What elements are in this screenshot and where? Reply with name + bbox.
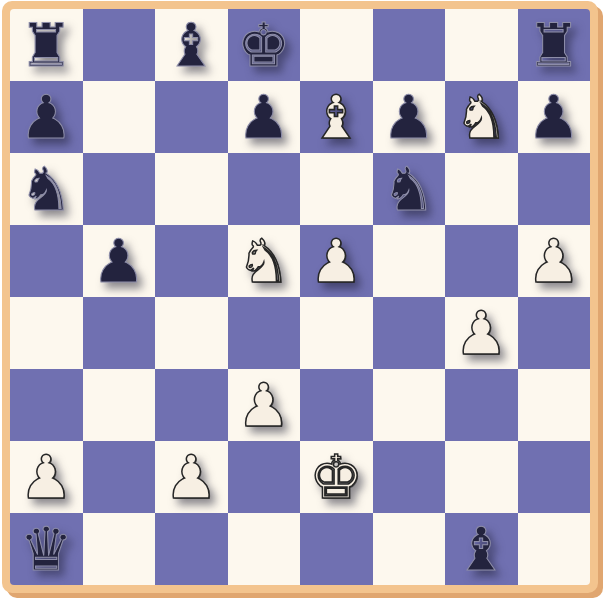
square-e6[interactable] <box>300 153 373 225</box>
square-b2[interactable] <box>83 441 156 513</box>
square-f4[interactable] <box>373 297 446 369</box>
chess-board: ♜♝♚♜♟♟♝♟♞♟♞♞♟♞♟♟♟♟♟♟♚♛♝ <box>10 9 590 585</box>
square-c1[interactable] <box>155 513 228 585</box>
square-g2[interactable] <box>445 441 518 513</box>
board-frame: ♜♝♚♜♟♟♝♟♞♟♞♞♟♞♟♟♟♟♟♟♚♛♝ <box>2 1 598 593</box>
page: ♜♝♚♜♟♟♝♟♞♟♞♞♟♞♟♟♟♟♟♟♚♛♝ <box>0 0 605 600</box>
square-h6[interactable] <box>518 153 591 225</box>
white-pawn[interactable]: ♟ <box>164 447 218 507</box>
square-b4[interactable] <box>83 297 156 369</box>
white-pawn[interactable]: ♟ <box>309 231 363 291</box>
square-h3[interactable] <box>518 369 591 441</box>
white-pawn[interactable]: ♟ <box>237 375 291 435</box>
square-d7[interactable]: ♟ <box>228 81 301 153</box>
black-knight[interactable]: ♞ <box>19 159 73 219</box>
black-pawn[interactable]: ♟ <box>527 87 581 147</box>
square-c8[interactable]: ♝ <box>155 9 228 81</box>
square-f3[interactable] <box>373 369 446 441</box>
square-d2[interactable] <box>228 441 301 513</box>
square-b7[interactable] <box>83 81 156 153</box>
black-pawn[interactable]: ♟ <box>237 87 291 147</box>
square-c4[interactable] <box>155 297 228 369</box>
square-a5[interactable] <box>10 225 83 297</box>
black-rook[interactable]: ♜ <box>19 15 73 75</box>
square-h7[interactable]: ♟ <box>518 81 591 153</box>
square-b8[interactable] <box>83 9 156 81</box>
square-a4[interactable] <box>10 297 83 369</box>
square-a1[interactable]: ♛ <box>10 513 83 585</box>
square-g1[interactable]: ♝ <box>445 513 518 585</box>
white-knight[interactable]: ♞ <box>237 231 291 291</box>
square-f5[interactable] <box>373 225 446 297</box>
square-b3[interactable] <box>83 369 156 441</box>
square-h5[interactable]: ♟ <box>518 225 591 297</box>
black-pawn[interactable]: ♟ <box>92 231 146 291</box>
white-pawn[interactable]: ♟ <box>19 447 73 507</box>
square-g3[interactable] <box>445 369 518 441</box>
square-d8[interactable]: ♚ <box>228 9 301 81</box>
black-pawn[interactable]: ♟ <box>19 87 73 147</box>
square-c5[interactable] <box>155 225 228 297</box>
square-e2[interactable]: ♚ <box>300 441 373 513</box>
black-rook[interactable]: ♜ <box>527 15 581 75</box>
square-d1[interactable] <box>228 513 301 585</box>
square-e8[interactable] <box>300 9 373 81</box>
square-f1[interactable] <box>373 513 446 585</box>
square-g7[interactable]: ♞ <box>445 81 518 153</box>
white-bishop[interactable]: ♝ <box>309 87 363 147</box>
square-b1[interactable] <box>83 513 156 585</box>
square-g6[interactable] <box>445 153 518 225</box>
square-a6[interactable]: ♞ <box>10 153 83 225</box>
square-g4[interactable]: ♟ <box>445 297 518 369</box>
square-f8[interactable] <box>373 9 446 81</box>
square-d5[interactable]: ♞ <box>228 225 301 297</box>
square-a7[interactable]: ♟ <box>10 81 83 153</box>
square-c6[interactable] <box>155 153 228 225</box>
white-knight[interactable]: ♞ <box>454 87 508 147</box>
square-b6[interactable] <box>83 153 156 225</box>
square-c2[interactable]: ♟ <box>155 441 228 513</box>
square-e5[interactable]: ♟ <box>300 225 373 297</box>
square-d3[interactable]: ♟ <box>228 369 301 441</box>
black-knight[interactable]: ♞ <box>382 159 436 219</box>
square-g8[interactable] <box>445 9 518 81</box>
square-a8[interactable]: ♜ <box>10 9 83 81</box>
white-king[interactable]: ♚ <box>309 447 363 507</box>
black-queen[interactable]: ♛ <box>19 519 73 579</box>
square-e4[interactable] <box>300 297 373 369</box>
square-f7[interactable]: ♟ <box>373 81 446 153</box>
square-h2[interactable] <box>518 441 591 513</box>
square-d6[interactable] <box>228 153 301 225</box>
black-bishop[interactable]: ♝ <box>164 15 218 75</box>
square-h4[interactable] <box>518 297 591 369</box>
square-e3[interactable] <box>300 369 373 441</box>
white-pawn[interactable]: ♟ <box>454 303 508 363</box>
black-bishop[interactable]: ♝ <box>454 519 508 579</box>
black-pawn[interactable]: ♟ <box>382 87 436 147</box>
square-h1[interactable] <box>518 513 591 585</box>
square-f2[interactable] <box>373 441 446 513</box>
square-e7[interactable]: ♝ <box>300 81 373 153</box>
square-b5[interactable]: ♟ <box>83 225 156 297</box>
square-f6[interactable]: ♞ <box>373 153 446 225</box>
square-c7[interactable] <box>155 81 228 153</box>
square-a2[interactable]: ♟ <box>10 441 83 513</box>
square-d4[interactable] <box>228 297 301 369</box>
square-c3[interactable] <box>155 369 228 441</box>
square-g5[interactable] <box>445 225 518 297</box>
square-e1[interactable] <box>300 513 373 585</box>
square-a3[interactable] <box>10 369 83 441</box>
square-h8[interactable]: ♜ <box>518 9 591 81</box>
white-pawn[interactable]: ♟ <box>527 231 581 291</box>
black-king[interactable]: ♚ <box>237 15 291 75</box>
